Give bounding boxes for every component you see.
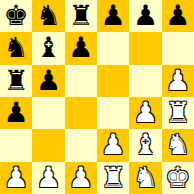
square-e5[interactable]	[129, 32, 161, 64]
square-b6[interactable]: ♞	[32, 0, 64, 32]
square-c5[interactable]: ♟	[65, 32, 97, 64]
square-b3[interactable]	[32, 97, 64, 129]
white-pawn-icon[interactable]: ♟	[101, 131, 126, 159]
black-knight-icon[interactable]: ♞	[36, 2, 61, 30]
square-c2[interactable]	[65, 129, 97, 161]
square-d2[interactable]: ♟	[97, 129, 129, 161]
white-pawn-icon[interactable]: ♟	[4, 164, 29, 192]
square-c4[interactable]	[65, 65, 97, 97]
square-f3[interactable]: ♜	[162, 97, 194, 129]
white-pawn-icon[interactable]: ♟	[165, 67, 190, 95]
black-pawn-icon[interactable]: ♟	[36, 67, 61, 95]
white-rook-icon[interactable]: ♜	[101, 164, 126, 192]
square-a2[interactable]	[0, 129, 32, 161]
square-b5[interactable]: ♝	[32, 32, 64, 64]
black-pawn-icon[interactable]: ♟	[165, 2, 190, 30]
square-b4[interactable]: ♟	[32, 65, 64, 97]
square-f5[interactable]	[162, 32, 194, 64]
square-f1[interactable]: ♚	[162, 162, 194, 194]
black-pawn-icon[interactable]: ♟	[101, 2, 126, 30]
white-knight-icon[interactable]: ♞	[133, 164, 158, 192]
square-f2[interactable]: ♞	[162, 129, 194, 161]
square-f4[interactable]: ♟	[162, 65, 194, 97]
square-e2[interactable]: ♝	[129, 129, 161, 161]
square-e6[interactable]: ♟	[129, 0, 161, 32]
square-a6[interactable]: ♚	[0, 0, 32, 32]
black-bishop-icon[interactable]: ♝	[36, 34, 61, 62]
black-pawn-icon[interactable]: ♟	[4, 99, 29, 127]
square-b1[interactable]: ♟	[32, 162, 64, 194]
square-c6[interactable]: ♜	[65, 0, 97, 32]
black-pawn-icon[interactable]: ♟	[133, 2, 158, 30]
square-a5[interactable]: ♞	[0, 32, 32, 64]
black-knight-icon[interactable]: ♞	[4, 34, 29, 62]
white-king-icon[interactable]: ♚	[165, 164, 190, 192]
square-e3[interactable]: ♟	[129, 97, 161, 129]
square-d4[interactable]	[97, 65, 129, 97]
square-d1[interactable]: ♜	[97, 162, 129, 194]
white-pawn-icon[interactable]: ♟	[133, 99, 158, 127]
square-c1[interactable]: ♟	[65, 162, 97, 194]
black-rook-icon[interactable]: ♜	[68, 2, 93, 30]
square-d6[interactable]: ♟	[97, 0, 129, 32]
chess-board: ♚♞♜♟♟♟♞♝♟♜♟♟♟♟♜♟♝♞♟♟♟♜♞♚	[0, 0, 194, 194]
white-pawn-icon[interactable]: ♟	[36, 164, 61, 192]
square-d3[interactable]	[97, 97, 129, 129]
square-a3[interactable]: ♟	[0, 97, 32, 129]
square-d5[interactable]	[97, 32, 129, 64]
white-pawn-icon[interactable]: ♟	[68, 164, 93, 192]
square-e1[interactable]: ♞	[129, 162, 161, 194]
square-f6[interactable]: ♟	[162, 0, 194, 32]
white-bishop-icon[interactable]: ♝	[133, 131, 158, 159]
square-e4[interactable]	[129, 65, 161, 97]
black-rook-icon[interactable]: ♜	[4, 67, 29, 95]
square-c3[interactable]	[65, 97, 97, 129]
square-b2[interactable]	[32, 129, 64, 161]
black-king-icon[interactable]: ♚	[4, 2, 29, 30]
white-knight-icon[interactable]: ♞	[165, 131, 190, 159]
square-a4[interactable]: ♜	[0, 65, 32, 97]
black-pawn-icon[interactable]: ♟	[68, 34, 93, 62]
white-rook-icon[interactable]: ♜	[165, 99, 190, 127]
square-a1[interactable]: ♟	[0, 162, 32, 194]
